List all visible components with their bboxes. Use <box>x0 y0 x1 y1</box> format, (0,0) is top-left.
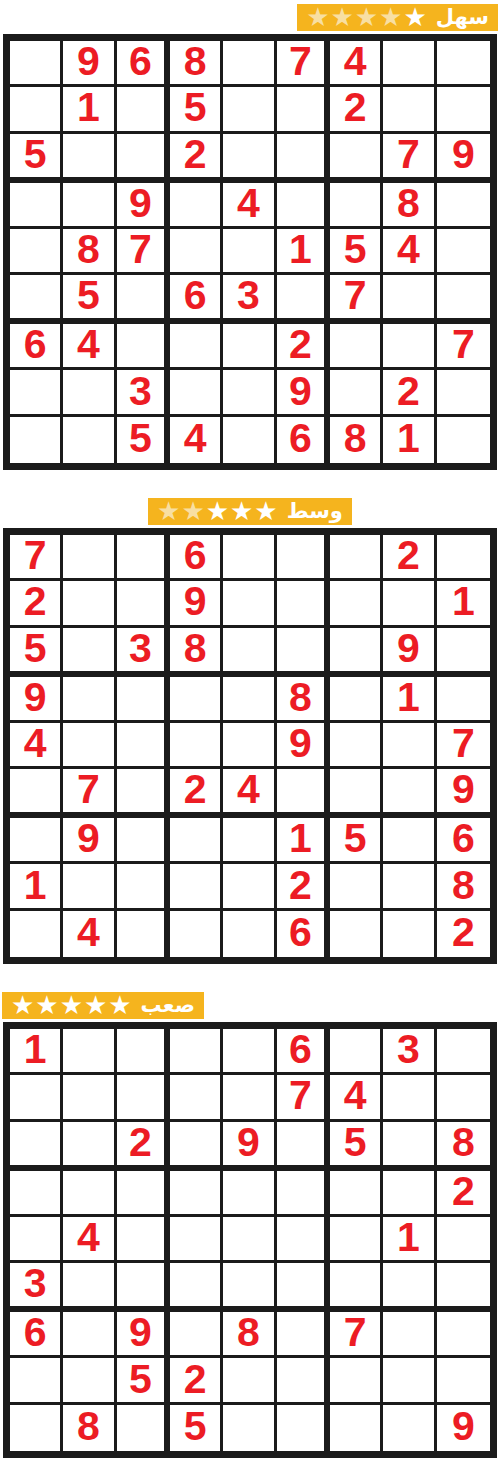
sudoku-cell-r1c2 <box>63 535 116 581</box>
sudoku-cell-r1c6: 6 <box>277 1029 330 1075</box>
sudoku-cell-r7c3: 9 <box>117 1312 170 1358</box>
sudoku-cell-r7c5: 8 <box>223 1312 276 1358</box>
sudoku-cell-r8c9 <box>437 1358 490 1404</box>
sudoku-cell-r1c8: 3 <box>383 1029 436 1075</box>
sudoku-cell-r4c7 <box>330 677 383 723</box>
sudoku-cell-r3c1: 5 <box>10 628 63 677</box>
sudoku-cell-r1c2 <box>63 1029 116 1075</box>
sudoku-cell-r3c3: 2 <box>117 1122 170 1171</box>
sudoku-cell-r6c9 <box>437 1263 490 1312</box>
sudoku-cell-r9c6: 6 <box>277 911 330 957</box>
sudoku-cell-r6c5: 3 <box>223 275 276 324</box>
sudoku-cell-r8c2 <box>63 370 116 416</box>
sudoku-cell-r1c1: 1 <box>10 1029 63 1075</box>
star-rating: ★★★★★ <box>306 4 427 31</box>
star-filled-icon: ★ <box>11 992 34 1019</box>
sudoku-cell-r7c7: 5 <box>330 818 383 864</box>
sudoku-cell-r4c6: 8 <box>277 677 330 723</box>
sudoku-cell-r5c1: 4 <box>10 723 63 769</box>
sudoku-cell-r8c7 <box>330 1358 383 1404</box>
sudoku-cell-r8c5 <box>223 1358 276 1404</box>
sudoku-cell-r1c7 <box>330 1029 383 1075</box>
sudoku-cell-r3c8: 9 <box>383 628 436 677</box>
sudoku-cell-r6c3 <box>117 1263 170 1312</box>
sudoku-puzzle-hard: ★★★★★ صعب 1637429582413698752859 <box>0 992 500 1458</box>
sudoku-cell-r3c9: 9 <box>437 134 490 183</box>
sudoku-cell-r7c5 <box>223 324 276 370</box>
sudoku-cell-r9c1 <box>10 1405 63 1451</box>
sudoku-cell-r5c2: 4 <box>63 1217 116 1263</box>
sudoku-cell-r9c7: 8 <box>330 417 383 463</box>
sudoku-cell-r1c9 <box>437 535 490 581</box>
sudoku-cell-r6c7 <box>330 769 383 818</box>
sudoku-cell-r4c2 <box>63 183 116 229</box>
sudoku-cell-r8c7 <box>330 864 383 910</box>
sudoku-cell-r3c4 <box>170 1122 223 1171</box>
sudoku-cell-r4c2 <box>63 677 116 723</box>
sudoku-cell-r1c1 <box>10 41 63 87</box>
sudoku-cell-r2c5 <box>223 87 276 133</box>
sudoku-cell-r2c6: 7 <box>277 1075 330 1121</box>
sudoku-cell-r1c9 <box>437 41 490 87</box>
sudoku-cell-r3c6 <box>277 628 330 677</box>
sudoku-cell-r8c1 <box>10 370 63 416</box>
sudoku-cell-r7c4 <box>170 1312 223 1358</box>
sudoku-cell-r7c1: 6 <box>10 1312 63 1358</box>
sudoku-cell-r3c5 <box>223 628 276 677</box>
sudoku-cell-r2c6 <box>277 87 330 133</box>
sudoku-cell-r4c8 <box>383 1171 436 1217</box>
sudoku-cell-r2c8 <box>383 87 436 133</box>
sudoku-cell-r6c5 <box>223 1263 276 1312</box>
sudoku-cell-r6c9 <box>437 275 490 324</box>
sudoku-cell-r9c9: 9 <box>437 1405 490 1451</box>
sudoku-cell-r9c3 <box>117 1405 170 1451</box>
sudoku-page: ★★★★★ سهل 968741525279948871545637642739… <box>0 0 500 1458</box>
sudoku-cell-r2c4: 9 <box>170 581 223 627</box>
sudoku-cell-r7c1: 6 <box>10 324 63 370</box>
sudoku-cell-r2c5 <box>223 581 276 627</box>
sudoku-cell-r9c7 <box>330 911 383 957</box>
sudoku-cell-r2c9 <box>437 87 490 133</box>
sudoku-cell-r8c1 <box>10 1358 63 1404</box>
sudoku-cell-r6c2: 5 <box>63 275 116 324</box>
sudoku-cell-r1c5 <box>223 1029 276 1075</box>
star-filled-icon: ★ <box>230 498 253 525</box>
sudoku-cell-r4c4 <box>170 1171 223 1217</box>
sudoku-cell-r4c5 <box>223 677 276 723</box>
sudoku-cell-r5c3: 7 <box>117 229 170 275</box>
sudoku-cell-r3c5 <box>223 134 276 183</box>
difficulty-label: صعب <box>141 993 195 1018</box>
sudoku-cell-r3c8: 7 <box>383 134 436 183</box>
sudoku-cell-r1c4 <box>170 1029 223 1075</box>
sudoku-cell-r3c2 <box>63 628 116 677</box>
sudoku-cell-r4c9 <box>437 183 490 229</box>
sudoku-cell-r8c3: 5 <box>117 1358 170 1404</box>
sudoku-cell-r4c8: 1 <box>383 677 436 723</box>
sudoku-cell-r6c4: 2 <box>170 769 223 818</box>
sudoku-cell-r7c6 <box>277 1312 330 1358</box>
sudoku-cell-r1c5 <box>223 535 276 581</box>
sudoku-cell-r4c1 <box>10 1171 63 1217</box>
sudoku-puzzle-easy: ★★★★★ سهل 968741525279948871545637642739… <box>0 4 500 470</box>
sudoku-cell-r3c3 <box>117 134 170 183</box>
sudoku-cell-r4c1: 9 <box>10 677 63 723</box>
sudoku-cell-r5c1 <box>10 1217 63 1263</box>
sudoku-cell-r6c8 <box>383 769 436 818</box>
sudoku-cell-r1c8 <box>383 41 436 87</box>
sudoku-cell-r5c7: 5 <box>330 229 383 275</box>
sudoku-cell-r8c2 <box>63 864 116 910</box>
sudoku-cell-r8c5 <box>223 370 276 416</box>
sudoku-cell-r8c4 <box>170 370 223 416</box>
sudoku-cell-r5c5 <box>223 229 276 275</box>
sudoku-cell-r8c9: 8 <box>437 864 490 910</box>
sudoku-cell-r1c7: 4 <box>330 41 383 87</box>
sudoku-cell-r3c2 <box>63 1122 116 1171</box>
sudoku-cell-r8c4: 2 <box>170 1358 223 1404</box>
sudoku-cell-r4c3 <box>117 1171 170 1217</box>
sudoku-cell-r4c7 <box>330 183 383 229</box>
sudoku-cell-r5c9: 7 <box>437 723 490 769</box>
sudoku-cell-r1c5 <box>223 41 276 87</box>
sudoku-cell-r6c8 <box>383 275 436 324</box>
sudoku-cell-r6c1 <box>10 769 63 818</box>
sudoku-puzzle-medium: ★★★★★ وسط 762291538998149772499156128462 <box>0 498 500 964</box>
sudoku-cell-r2c7: 2 <box>330 87 383 133</box>
sudoku-cell-r2c9: 1 <box>437 581 490 627</box>
sudoku-cell-r9c8 <box>383 1405 436 1451</box>
sudoku-cell-r5c1 <box>10 229 63 275</box>
sudoku-cell-r2c6 <box>277 581 330 627</box>
sudoku-cell-r9c8 <box>383 911 436 957</box>
star-empty-icon: ★ <box>157 498 180 525</box>
star-filled-icon: ★ <box>108 992 131 1019</box>
sudoku-cell-r5c5 <box>223 1217 276 1263</box>
sudoku-cell-r3c4: 2 <box>170 134 223 183</box>
sudoku-cell-r5c8 <box>383 723 436 769</box>
sudoku-cell-r7c9 <box>437 1312 490 1358</box>
sudoku-cell-r6c1: 3 <box>10 1263 63 1312</box>
star-filled-icon: ★ <box>206 498 229 525</box>
difficulty-banner: ★★★★★ سهل <box>297 4 498 31</box>
sudoku-cell-r4c6 <box>277 1171 330 1217</box>
sudoku-cell-r4c8: 8 <box>383 183 436 229</box>
sudoku-cell-r5c7 <box>330 1217 383 1263</box>
star-filled-icon: ★ <box>254 498 277 525</box>
sudoku-cell-r7c9: 6 <box>437 818 490 864</box>
sudoku-cell-r5c5 <box>223 723 276 769</box>
sudoku-cell-r7c7: 7 <box>330 1312 383 1358</box>
star-filled-icon: ★ <box>403 4 426 31</box>
sudoku-cell-r7c4 <box>170 324 223 370</box>
sudoku-cell-r4c9 <box>437 677 490 723</box>
sudoku-cell-r1c8: 2 <box>383 535 436 581</box>
sudoku-cell-r5c3 <box>117 1217 170 1263</box>
sudoku-cell-r4c4 <box>170 183 223 229</box>
difficulty-banner: ★★★★★ وسط <box>148 498 352 525</box>
sudoku-cell-r3c7 <box>330 134 383 183</box>
sudoku-cell-r5c2: 8 <box>63 229 116 275</box>
sudoku-cell-r1c6: 7 <box>277 41 330 87</box>
sudoku-cell-r8c1: 1 <box>10 864 63 910</box>
star-rating: ★★★★★ <box>157 498 278 525</box>
sudoku-cell-r5c6 <box>277 1217 330 1263</box>
sudoku-cell-r9c7 <box>330 1405 383 1451</box>
sudoku-cell-r1c3 <box>117 1029 170 1075</box>
sudoku-cell-r9c2: 4 <box>63 911 116 957</box>
sudoku-cell-r8c7 <box>330 370 383 416</box>
sudoku-cell-r2c4 <box>170 1075 223 1121</box>
sudoku-cell-r8c8: 2 <box>383 370 436 416</box>
sudoku-cell-r9c4: 4 <box>170 417 223 463</box>
sudoku-cell-r6c2: 7 <box>63 769 116 818</box>
sudoku-cell-r1c2: 9 <box>63 41 116 87</box>
sudoku-cell-r6c1 <box>10 275 63 324</box>
sudoku-cell-r5c6: 9 <box>277 723 330 769</box>
sudoku-cell-r3c1 <box>10 1122 63 1171</box>
star-empty-icon: ★ <box>355 4 378 31</box>
sudoku-cell-r8c8 <box>383 864 436 910</box>
difficulty-label: وسط <box>287 499 343 524</box>
sudoku-cell-r7c6: 2 <box>277 324 330 370</box>
sudoku-cell-r1c1: 7 <box>10 535 63 581</box>
sudoku-cell-r9c5 <box>223 1405 276 1451</box>
sudoku-cell-r9c9 <box>437 417 490 463</box>
sudoku-cell-r2c1 <box>10 87 63 133</box>
sudoku-cell-r9c3: 5 <box>117 417 170 463</box>
sudoku-cell-r7c3 <box>117 818 170 864</box>
sudoku-cell-r6c3 <box>117 769 170 818</box>
sudoku-cell-r1c7 <box>330 535 383 581</box>
star-empty-icon: ★ <box>330 4 353 31</box>
star-filled-icon: ★ <box>60 992 83 1019</box>
sudoku-cell-r8c4 <box>170 864 223 910</box>
sudoku-cell-r8c3 <box>117 864 170 910</box>
sudoku-grid-hard: 1637429582413698752859 <box>3 1022 497 1458</box>
sudoku-cell-r9c8: 1 <box>383 417 436 463</box>
sudoku-cell-r7c8 <box>383 1312 436 1358</box>
sudoku-cell-r8c2 <box>63 1358 116 1404</box>
sudoku-cell-r5c8: 1 <box>383 1217 436 1263</box>
sudoku-cell-r7c9: 7 <box>437 324 490 370</box>
sudoku-cell-r2c4: 5 <box>170 87 223 133</box>
difficulty-label: سهل <box>436 5 489 30</box>
sudoku-cell-r8c6 <box>277 1358 330 1404</box>
sudoku-cell-r9c9: 2 <box>437 911 490 957</box>
difficulty-banner: ★★★★★ صعب <box>2 992 204 1019</box>
sudoku-cell-r2c5 <box>223 1075 276 1121</box>
star-filled-icon: ★ <box>84 992 107 1019</box>
sudoku-cell-r5c6: 1 <box>277 229 330 275</box>
sudoku-cell-r1c4: 8 <box>170 41 223 87</box>
sudoku-cell-r6c7 <box>330 1263 383 1312</box>
sudoku-cell-r6c7: 7 <box>330 275 383 324</box>
sudoku-cell-r5c9 <box>437 1217 490 1263</box>
sudoku-cell-r7c4 <box>170 818 223 864</box>
sudoku-cell-r3c6 <box>277 134 330 183</box>
sudoku-cell-r1c3: 6 <box>117 41 170 87</box>
sudoku-cell-r9c4: 5 <box>170 1405 223 1451</box>
sudoku-cell-r4c4 <box>170 677 223 723</box>
sudoku-cell-r9c2 <box>63 417 116 463</box>
sudoku-cell-r2c2: 1 <box>63 87 116 133</box>
star-rating: ★★★★★ <box>11 992 132 1019</box>
sudoku-cell-r5c7 <box>330 723 383 769</box>
sudoku-cell-r2c8 <box>383 581 436 627</box>
sudoku-cell-r9c2: 8 <box>63 1405 116 1451</box>
sudoku-cell-r3c8 <box>383 1122 436 1171</box>
sudoku-cell-r7c8 <box>383 324 436 370</box>
sudoku-cell-r2c3 <box>117 581 170 627</box>
sudoku-cell-r1c3 <box>117 535 170 581</box>
sudoku-cell-r6c3 <box>117 275 170 324</box>
sudoku-cell-r9c3 <box>117 911 170 957</box>
sudoku-cell-r5c9 <box>437 229 490 275</box>
sudoku-cell-r2c9 <box>437 1075 490 1121</box>
sudoku-cell-r3c3: 3 <box>117 628 170 677</box>
sudoku-cell-r7c2: 9 <box>63 818 116 864</box>
sudoku-cell-r3c1: 5 <box>10 134 63 183</box>
sudoku-cell-r6c2 <box>63 1263 116 1312</box>
sudoku-cell-r9c5 <box>223 911 276 957</box>
sudoku-cell-r9c1 <box>10 911 63 957</box>
sudoku-cell-r3c2 <box>63 134 116 183</box>
sudoku-cell-r4c5: 4 <box>223 183 276 229</box>
sudoku-cell-r1c9 <box>437 1029 490 1075</box>
sudoku-cell-r2c3 <box>117 1075 170 1121</box>
sudoku-cell-r3c6 <box>277 1122 330 1171</box>
sudoku-cell-r4c3 <box>117 677 170 723</box>
sudoku-cell-r2c7: 4 <box>330 1075 383 1121</box>
sudoku-cell-r2c1: 2 <box>10 581 63 627</box>
sudoku-cell-r8c5 <box>223 864 276 910</box>
sudoku-cell-r4c6 <box>277 183 330 229</box>
sudoku-grid-medium: 762291538998149772499156128462 <box>3 528 497 964</box>
sudoku-cell-r5c4 <box>170 229 223 275</box>
sudoku-cell-r5c8: 4 <box>383 229 436 275</box>
sudoku-cell-r9c4 <box>170 911 223 957</box>
sudoku-cell-r5c4 <box>170 723 223 769</box>
sudoku-cell-r7c6: 1 <box>277 818 330 864</box>
sudoku-cell-r4c5 <box>223 1171 276 1217</box>
star-empty-icon: ★ <box>181 498 204 525</box>
sudoku-cell-r7c7 <box>330 324 383 370</box>
sudoku-cell-r8c6: 9 <box>277 370 330 416</box>
sudoku-cell-r3c9 <box>437 628 490 677</box>
sudoku-cell-r8c6: 2 <box>277 864 330 910</box>
sudoku-cell-r2c8 <box>383 1075 436 1121</box>
sudoku-cell-r3c7: 5 <box>330 1122 383 1171</box>
sudoku-cell-r7c5 <box>223 818 276 864</box>
sudoku-cell-r7c3 <box>117 324 170 370</box>
sudoku-cell-r7c1 <box>10 818 63 864</box>
sudoku-cell-r5c2 <box>63 723 116 769</box>
sudoku-cell-r8c3: 3 <box>117 370 170 416</box>
sudoku-cell-r7c8 <box>383 818 436 864</box>
star-filled-icon: ★ <box>35 992 58 1019</box>
sudoku-cell-r7c2: 4 <box>63 324 116 370</box>
sudoku-cell-r6c6 <box>277 769 330 818</box>
sudoku-cell-r6c9: 9 <box>437 769 490 818</box>
sudoku-cell-r2c7 <box>330 581 383 627</box>
sudoku-cell-r2c1 <box>10 1075 63 1121</box>
star-empty-icon: ★ <box>379 4 402 31</box>
sudoku-cell-r4c1 <box>10 183 63 229</box>
sudoku-cell-r8c9 <box>437 370 490 416</box>
sudoku-cell-r9c5 <box>223 417 276 463</box>
sudoku-cell-r6c6 <box>277 275 330 324</box>
sudoku-cell-r1c6 <box>277 535 330 581</box>
sudoku-cell-r3c4: 8 <box>170 628 223 677</box>
sudoku-cell-r6c6 <box>277 1263 330 1312</box>
sudoku-grid-easy: 968741525279948871545637642739254681 <box>3 34 497 470</box>
sudoku-cell-r4c2 <box>63 1171 116 1217</box>
star-empty-icon: ★ <box>306 4 329 31</box>
sudoku-cell-r6c4 <box>170 1263 223 1312</box>
sudoku-cell-r3c5: 9 <box>223 1122 276 1171</box>
sudoku-cell-r2c2 <box>63 581 116 627</box>
sudoku-cell-r2c3 <box>117 87 170 133</box>
sudoku-cell-r2c2 <box>63 1075 116 1121</box>
sudoku-cell-r5c4 <box>170 1217 223 1263</box>
sudoku-cell-r7c2 <box>63 1312 116 1358</box>
sudoku-cell-r5c3 <box>117 723 170 769</box>
sudoku-cell-r6c8 <box>383 1263 436 1312</box>
sudoku-cell-r8c8 <box>383 1358 436 1404</box>
sudoku-cell-r4c9: 2 <box>437 1171 490 1217</box>
sudoku-cell-r4c3: 9 <box>117 183 170 229</box>
sudoku-cell-r1c4: 6 <box>170 535 223 581</box>
sudoku-cell-r3c7 <box>330 628 383 677</box>
sudoku-cell-r9c1 <box>10 417 63 463</box>
sudoku-cell-r6c4: 6 <box>170 275 223 324</box>
sudoku-cell-r4c7 <box>330 1171 383 1217</box>
sudoku-cell-r9c6: 6 <box>277 417 330 463</box>
sudoku-cell-r6c5: 4 <box>223 769 276 818</box>
sudoku-cell-r9c6 <box>277 1405 330 1451</box>
sudoku-cell-r3c9: 8 <box>437 1122 490 1171</box>
